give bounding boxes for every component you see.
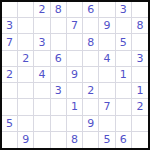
cell-r6c9[interactable]: 1	[132, 83, 148, 99]
cell-r2c9[interactable]: 8	[132, 18, 148, 34]
cell-r1c2[interactable]	[18, 2, 34, 18]
cell-r5c2[interactable]	[18, 67, 34, 83]
cell-r8c1[interactable]: 5	[2, 116, 18, 132]
cell-r3c9[interactable]	[132, 34, 148, 50]
cell-r4c3[interactable]	[34, 51, 50, 67]
cell-r5c8[interactable]: 1	[116, 67, 132, 83]
cell-r6c7[interactable]	[99, 83, 115, 99]
sudoku-board: 28633798738526432491321172599856	[0, 0, 150, 150]
cell-r7c1[interactable]	[2, 99, 18, 115]
cell-r5c4[interactable]	[51, 67, 67, 83]
cell-r8c3[interactable]	[34, 116, 50, 132]
cell-r1c5[interactable]	[67, 2, 83, 18]
cell-r4c6[interactable]	[83, 51, 99, 67]
cell-r7c6[interactable]	[83, 99, 99, 115]
cell-r7c5[interactable]: 1	[67, 99, 83, 115]
cell-r1c9[interactable]	[132, 2, 148, 18]
cell-r8c9[interactable]	[132, 116, 148, 132]
cell-r3c7[interactable]	[99, 34, 115, 50]
cell-r4c2[interactable]: 2	[18, 51, 34, 67]
cell-r7c4[interactable]	[51, 99, 67, 115]
cell-r4c7[interactable]: 4	[99, 51, 115, 67]
cell-r9c6[interactable]	[83, 132, 99, 148]
cell-r9c3[interactable]	[34, 132, 50, 148]
cell-r6c4[interactable]: 3	[51, 83, 67, 99]
cell-r1c7[interactable]	[99, 2, 115, 18]
cell-r2c1[interactable]: 3	[2, 18, 18, 34]
cell-r2c2[interactable]	[18, 18, 34, 34]
cell-r2c5[interactable]: 7	[67, 18, 83, 34]
cell-r3c5[interactable]	[67, 34, 83, 50]
cell-r3c3[interactable]: 3	[34, 34, 50, 50]
cell-r9c5[interactable]: 8	[67, 132, 83, 148]
cell-r6c2[interactable]	[18, 83, 34, 99]
cell-r5c5[interactable]: 9	[67, 67, 83, 83]
cell-r5c9[interactable]	[132, 67, 148, 83]
cell-r1c1[interactable]	[2, 2, 18, 18]
cell-r2c3[interactable]	[34, 18, 50, 34]
cell-r5c7[interactable]	[99, 67, 115, 83]
cell-r3c2[interactable]	[18, 34, 34, 50]
cell-r5c1[interactable]: 2	[2, 67, 18, 83]
cell-r6c8[interactable]	[116, 83, 132, 99]
cell-r4c1[interactable]	[2, 51, 18, 67]
cell-r3c8[interactable]: 5	[116, 34, 132, 50]
cell-r9c2[interactable]: 9	[18, 132, 34, 148]
cell-r2c6[interactable]	[83, 18, 99, 34]
cell-r9c1[interactable]	[2, 132, 18, 148]
cell-r8c8[interactable]	[116, 116, 132, 132]
cell-r5c3[interactable]: 4	[34, 67, 50, 83]
cell-r8c2[interactable]	[18, 116, 34, 132]
cell-r8c4[interactable]	[51, 116, 67, 132]
cell-r9c7[interactable]: 5	[99, 132, 115, 148]
cell-r9c8[interactable]: 6	[116, 132, 132, 148]
cell-r9c4[interactable]	[51, 132, 67, 148]
cell-r7c9[interactable]: 2	[132, 99, 148, 115]
cell-r3c4[interactable]	[51, 34, 67, 50]
cell-r6c6[interactable]: 2	[83, 83, 99, 99]
cell-r7c8[interactable]	[116, 99, 132, 115]
cell-r7c7[interactable]: 7	[99, 99, 115, 115]
cell-r4c8[interactable]	[116, 51, 132, 67]
cell-r4c9[interactable]: 3	[132, 51, 148, 67]
cell-r8c7[interactable]	[99, 116, 115, 132]
cell-r8c5[interactable]	[67, 116, 83, 132]
cell-r3c1[interactable]: 7	[2, 34, 18, 50]
cell-r7c3[interactable]	[34, 99, 50, 115]
cell-r5c6[interactable]	[83, 67, 99, 83]
cell-r4c4[interactable]: 6	[51, 51, 67, 67]
cell-r1c6[interactable]: 6	[83, 2, 99, 18]
cell-r8c6[interactable]: 9	[83, 116, 99, 132]
cell-r6c5[interactable]	[67, 83, 83, 99]
cell-r4c5[interactable]	[67, 51, 83, 67]
cell-r3c6[interactable]: 8	[83, 34, 99, 50]
cell-r6c3[interactable]	[34, 83, 50, 99]
cell-r1c8[interactable]: 3	[116, 2, 132, 18]
cell-r2c8[interactable]	[116, 18, 132, 34]
cell-r1c3[interactable]: 2	[34, 2, 50, 18]
cell-r2c7[interactable]: 9	[99, 18, 115, 34]
cell-r7c2[interactable]	[18, 99, 34, 115]
cell-r1c4[interactable]: 8	[51, 2, 67, 18]
cell-r6c1[interactable]	[2, 83, 18, 99]
cell-r2c4[interactable]	[51, 18, 67, 34]
cell-r9c9[interactable]	[132, 132, 148, 148]
